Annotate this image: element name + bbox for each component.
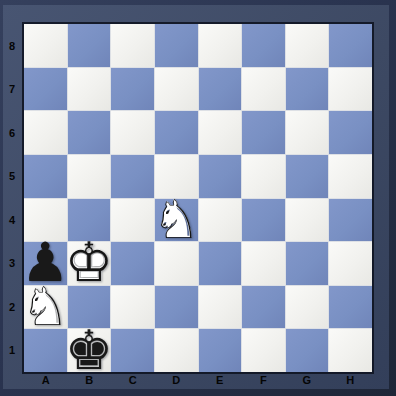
square-e5[interactable] xyxy=(199,155,242,198)
square-e3[interactable] xyxy=(199,242,242,285)
rank-label-2: 2 xyxy=(0,285,24,329)
square-f5[interactable] xyxy=(242,155,285,198)
square-g6[interactable] xyxy=(286,111,329,154)
square-c4[interactable] xyxy=(111,199,154,242)
black-king-b1: ♚ xyxy=(68,329,111,372)
black-king-glyph: ♚ xyxy=(68,329,111,372)
square-h8[interactable] xyxy=(329,24,372,67)
square-h5[interactable] xyxy=(329,155,372,198)
rank-label-5: 5 xyxy=(0,155,24,199)
square-e7[interactable] xyxy=(199,68,242,111)
square-h2[interactable] xyxy=(329,286,372,329)
square-e8[interactable] xyxy=(199,24,242,67)
square-c7[interactable] xyxy=(111,68,154,111)
white-king-outline-glyph: ♔ xyxy=(68,242,111,285)
square-d2[interactable] xyxy=(155,286,198,329)
square-f4[interactable] xyxy=(242,199,285,242)
square-d6[interactable] xyxy=(155,111,198,154)
file-label-e: E xyxy=(198,372,242,388)
rank-label-4: 4 xyxy=(0,198,24,242)
square-d7[interactable] xyxy=(155,68,198,111)
square-b7[interactable] xyxy=(68,68,111,111)
rank-label-3: 3 xyxy=(0,242,24,286)
file-label-a: A xyxy=(24,372,68,388)
square-h6[interactable] xyxy=(329,111,372,154)
square-e1[interactable] xyxy=(199,329,242,372)
square-g1[interactable] xyxy=(286,329,329,372)
square-c6[interactable] xyxy=(111,111,154,154)
file-labels: ABCDEFGH xyxy=(24,372,372,396)
file-label-g: G xyxy=(285,372,329,388)
square-g4[interactable] xyxy=(286,199,329,242)
white-knight-a2: ♞♘ xyxy=(24,286,67,329)
square-a7[interactable] xyxy=(24,68,67,111)
file-label-f: F xyxy=(242,372,286,388)
square-h4[interactable] xyxy=(329,199,372,242)
square-c2[interactable] xyxy=(111,286,154,329)
square-a5[interactable] xyxy=(24,155,67,198)
square-d8[interactable] xyxy=(155,24,198,67)
square-f1[interactable] xyxy=(242,329,285,372)
square-f7[interactable] xyxy=(242,68,285,111)
square-d3[interactable] xyxy=(155,242,198,285)
square-e6[interactable] xyxy=(199,111,242,154)
square-a2[interactable]: ♞♘ xyxy=(24,286,67,329)
square-e2[interactable] xyxy=(199,286,242,329)
square-a8[interactable] xyxy=(24,24,67,67)
square-g8[interactable] xyxy=(286,24,329,67)
rank-label-6: 6 xyxy=(0,111,24,155)
square-a1[interactable] xyxy=(24,329,67,372)
square-f3[interactable] xyxy=(242,242,285,285)
white-knight-d4: ♞♘ xyxy=(155,199,198,242)
square-g3[interactable] xyxy=(286,242,329,285)
square-g5[interactable] xyxy=(286,155,329,198)
square-c1[interactable] xyxy=(111,329,154,372)
rank-label-7: 7 xyxy=(0,68,24,112)
file-label-c: C xyxy=(111,372,155,388)
square-b1[interactable]: ♚ xyxy=(68,329,111,372)
rank-label-1: 1 xyxy=(0,329,24,373)
square-c5[interactable] xyxy=(111,155,154,198)
square-f6[interactable] xyxy=(242,111,285,154)
square-d4[interactable]: ♞♘ xyxy=(155,199,198,242)
square-e4[interactable] xyxy=(199,199,242,242)
square-g2[interactable] xyxy=(286,286,329,329)
square-h1[interactable] xyxy=(329,329,372,372)
file-label-d: D xyxy=(155,372,199,388)
square-h7[interactable] xyxy=(329,68,372,111)
square-f2[interactable] xyxy=(242,286,285,329)
rank-labels: 87654321 xyxy=(0,24,24,372)
square-a6[interactable] xyxy=(24,111,67,154)
white-knight-outline-glyph: ♘ xyxy=(24,286,67,329)
square-b3[interactable]: ♚♔ xyxy=(68,242,111,285)
square-b6[interactable] xyxy=(68,111,111,154)
square-f8[interactable] xyxy=(242,24,285,67)
square-h3[interactable] xyxy=(329,242,372,285)
square-d1[interactable] xyxy=(155,329,198,372)
file-label-b: B xyxy=(68,372,112,388)
square-b8[interactable] xyxy=(68,24,111,67)
rank-label-8: 8 xyxy=(0,24,24,68)
square-c3[interactable] xyxy=(111,242,154,285)
square-c8[interactable] xyxy=(111,24,154,67)
board-frame: ♞♘♟♚♔♞♘♚ 87654321 ABCDEFGH xyxy=(0,0,396,396)
white-king-b3: ♚♔ xyxy=(68,242,111,285)
chess-board: ♞♘♟♚♔♞♘♚ xyxy=(24,24,372,372)
square-b5[interactable] xyxy=(68,155,111,198)
square-g7[interactable] xyxy=(286,68,329,111)
file-label-h: H xyxy=(329,372,373,388)
white-knight-outline-glyph: ♘ xyxy=(155,199,198,242)
